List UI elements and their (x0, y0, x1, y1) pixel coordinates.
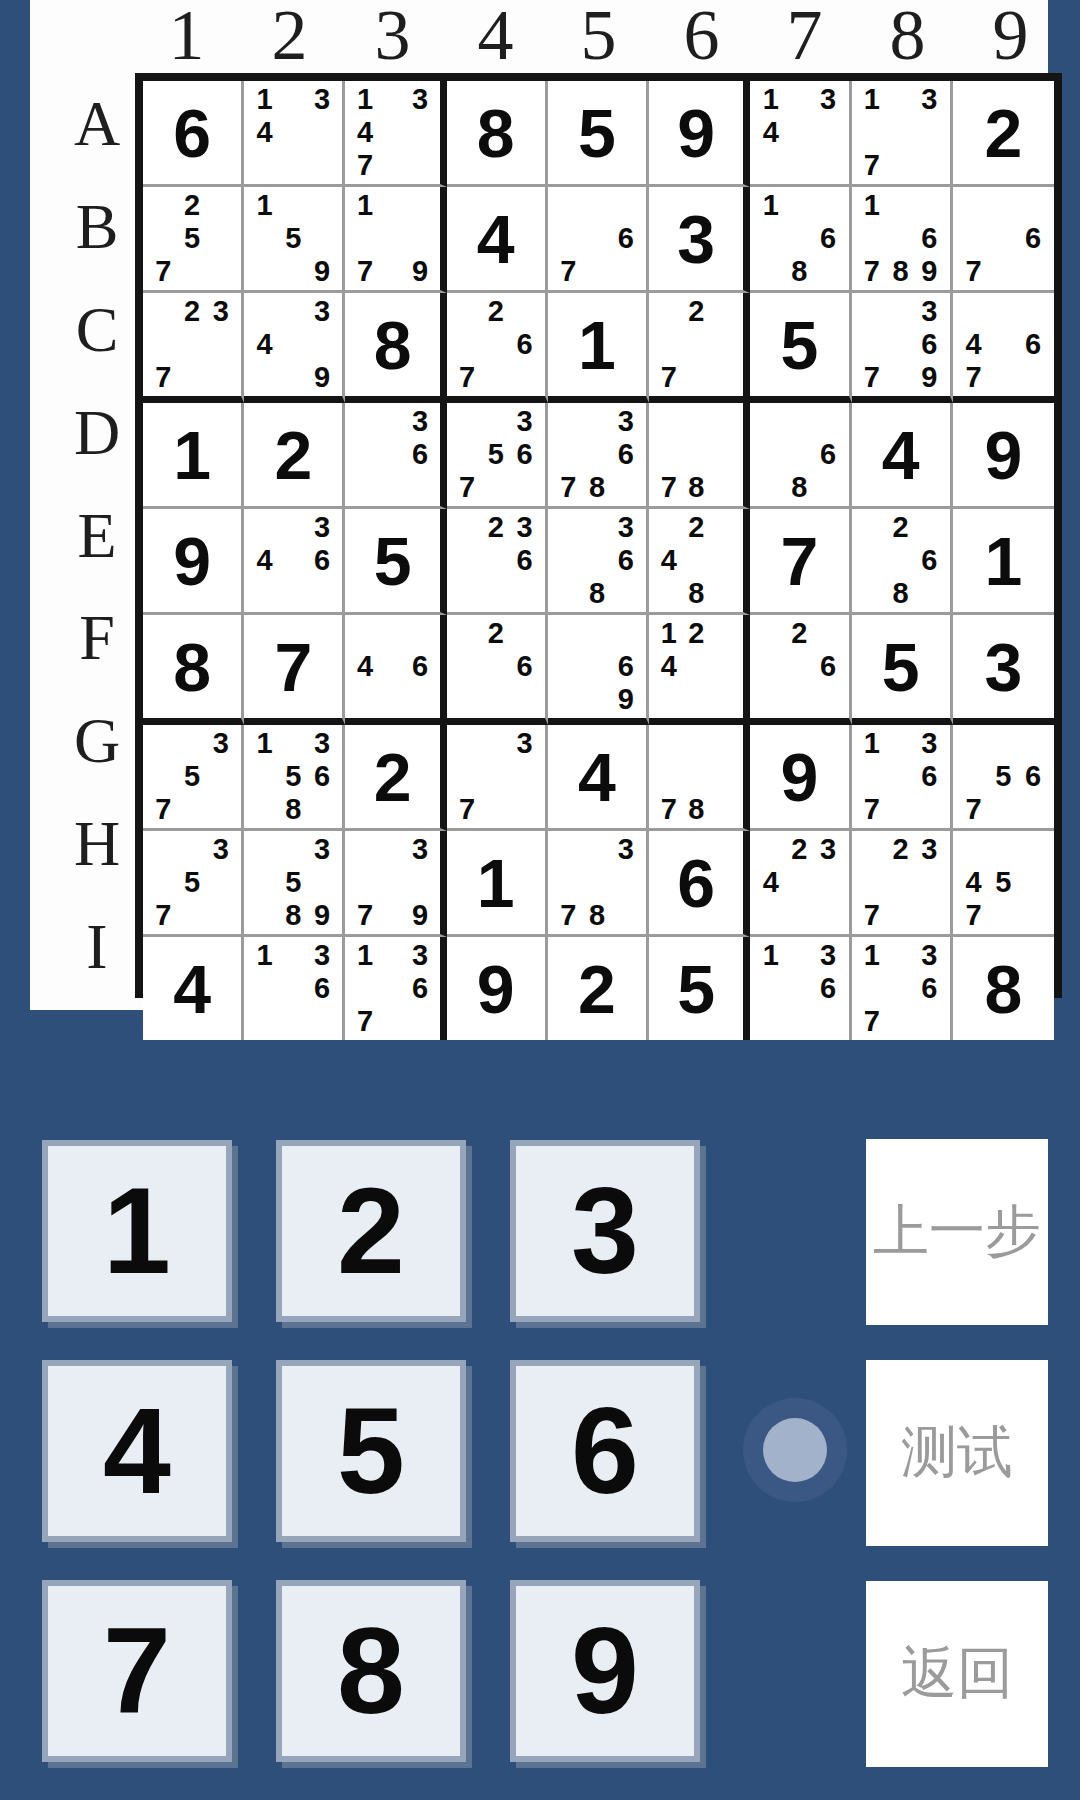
cell-D6[interactable]: 78 (649, 403, 750, 509)
candidate-digit (886, 116, 915, 149)
candidate-digit (814, 149, 843, 182)
candidate-digit: 2 (683, 295, 710, 328)
candidate-digit (481, 577, 510, 610)
candidate-digit (308, 793, 337, 826)
candidate-digit: 3 (814, 833, 843, 866)
candidate-digit (206, 866, 235, 899)
candidate-digit (655, 577, 682, 610)
candidate-digit (785, 222, 814, 255)
cell-I7[interactable]: 136 (750, 937, 851, 1040)
candidate-digit (206, 328, 235, 361)
cell-H3[interactable]: 379 (345, 831, 446, 937)
col-label-2: 2 (238, 0, 341, 70)
numpad-button-6[interactable]: 6 (510, 1360, 700, 1542)
candidate-digit: 7 (149, 361, 178, 394)
numpad-button-2[interactable]: 2 (276, 1140, 466, 1322)
cell-F2[interactable]: 7 (244, 615, 345, 725)
candidate-digit (379, 866, 406, 899)
cell-G9[interactable]: 567 (953, 725, 1054, 831)
candidate-digit (554, 650, 583, 683)
candidate-digit: 7 (959, 255, 989, 288)
candidate-digit (510, 793, 539, 826)
pencil-marks: 13568 (244, 725, 342, 828)
cell-I8[interactable]: 1367 (852, 937, 953, 1040)
candidate-digit (611, 577, 640, 610)
candidate-digit (710, 471, 737, 504)
cell-D4[interactable]: 3567 (447, 403, 548, 509)
candidate-digit (554, 438, 583, 471)
row-label-H: H (62, 792, 132, 895)
row-label-B: B (62, 176, 132, 279)
cell-A4[interactable]: 8 (447, 81, 548, 187)
candidate-digit: 2 (178, 295, 207, 328)
cell-G1[interactable]: 357 (143, 725, 244, 831)
candidate-digit (406, 149, 433, 182)
candidate-digit: 7 (554, 471, 583, 504)
candidate-digit (814, 899, 843, 932)
candidate-digit (554, 617, 583, 650)
candidate-digit (886, 760, 915, 793)
candidate-digit (250, 295, 279, 328)
candidate-digit (858, 328, 887, 361)
cell-H2[interactable]: 3589 (244, 831, 345, 937)
cell-I5[interactable]: 2 (548, 937, 649, 1040)
candidate-digit: 9 (308, 255, 337, 288)
candidate-digit (510, 683, 539, 716)
candidate-digit (250, 1005, 279, 1038)
candidate-digit (250, 361, 279, 394)
candidate-digit (886, 972, 915, 1005)
candidate-digit: 3 (406, 405, 433, 438)
board-panel: 123456789 ABCDEFGHI 61341347859134137225… (30, 0, 1048, 1010)
pencil-marks: 357 (143, 831, 241, 934)
pencil-marks: 567 (953, 725, 1054, 828)
candidate-digit (178, 899, 207, 932)
candidate-digit: 4 (655, 544, 682, 577)
candidate-digit (959, 760, 989, 793)
cell-I3[interactable]: 1367 (345, 937, 446, 1040)
candidate-digit (279, 295, 308, 328)
cell-D2[interactable]: 2 (244, 403, 345, 509)
candidate-digit (611, 189, 640, 222)
candidate-digit (710, 438, 737, 471)
cell-H1[interactable]: 357 (143, 831, 244, 937)
candidate-digit (178, 833, 207, 866)
candidate-digit (379, 471, 406, 504)
pencil-marks: 3678 (548, 403, 646, 506)
cell-F3[interactable]: 46 (345, 615, 446, 725)
cell-F1[interactable]: 8 (143, 615, 244, 725)
candidate-digit (756, 972, 785, 1005)
cell-A2[interactable]: 134 (244, 81, 345, 187)
candidate-digit: 3 (915, 833, 944, 866)
candidate-digit (453, 438, 482, 471)
cell-D8[interactable]: 4 (852, 403, 953, 509)
numpad-button-9[interactable]: 9 (510, 1580, 700, 1762)
candidate-digit (710, 617, 737, 650)
candidate-digit (554, 866, 583, 899)
cell-B6[interactable]: 3 (649, 187, 750, 293)
candidate-digit (279, 1005, 308, 1038)
numpad-button-7[interactable]: 7 (42, 1580, 232, 1762)
candidate-digit: 2 (481, 295, 510, 328)
cell-G6[interactable]: 78 (649, 725, 750, 831)
numpad-button-1[interactable]: 1 (42, 1140, 232, 1322)
candidate-digit (785, 405, 814, 438)
big-digit: 2 (578, 950, 616, 1028)
cell-I6[interactable]: 5 (649, 937, 750, 1040)
cell-H8[interactable]: 237 (852, 831, 953, 937)
pencil-marks: 137 (852, 81, 950, 184)
cell-D7[interactable]: 68 (750, 403, 851, 509)
candidate-digit (379, 683, 406, 716)
candidate-digit (756, 149, 785, 182)
candidate-digit (989, 222, 1019, 255)
candidate-digit (655, 328, 682, 361)
candidate-digit (351, 222, 378, 255)
candidate-digit: 7 (149, 793, 178, 826)
candidate-digit: 3 (206, 727, 235, 760)
candidate-digit: 6 (814, 650, 843, 683)
cell-C7[interactable]: 5 (750, 293, 851, 403)
candidate-digit (756, 405, 785, 438)
candidate-digit (379, 617, 406, 650)
candidate-digit: 3 (206, 295, 235, 328)
candidate-digit: 1 (351, 83, 378, 116)
candidate-digit (510, 361, 539, 394)
candidate-digit: 5 (279, 866, 308, 899)
candidate-digit: 1 (756, 189, 785, 222)
col-label-1: 1 (135, 0, 238, 70)
candidate-digit: 6 (1018, 222, 1048, 255)
cell-F7[interactable]: 26 (750, 615, 851, 725)
cell-H6[interactable]: 6 (649, 831, 750, 937)
candidate-digit (858, 972, 887, 1005)
pencil-marks: 3567 (447, 403, 545, 506)
candidate-digit (351, 471, 378, 504)
candidate-digit (308, 116, 337, 149)
numpad-button-8[interactable]: 8 (276, 1580, 466, 1762)
cell-E2[interactable]: 346 (244, 509, 345, 615)
cell-G4[interactable]: 37 (447, 725, 548, 831)
candidate-digit (710, 577, 737, 610)
candidate-digit (915, 793, 944, 826)
candidate-digit: 7 (858, 255, 887, 288)
pencil-marks: 68 (750, 403, 848, 506)
candidate-digit (149, 222, 178, 255)
candidate-digit (351, 866, 378, 899)
numpad-button-3[interactable]: 3 (510, 1140, 700, 1322)
cell-G8[interactable]: 1367 (852, 725, 953, 831)
candidate-digit: 1 (250, 83, 279, 116)
candidate-digit (250, 899, 279, 932)
big-digit: 4 (578, 738, 616, 816)
candidate-digit (583, 683, 612, 716)
candidate-digit (308, 222, 337, 255)
big-digit: 1 (477, 844, 515, 922)
candidate-digit (379, 83, 406, 116)
candidate-digit (554, 833, 583, 866)
cell-C4[interactable]: 267 (447, 293, 548, 403)
candidate-digit: 5 (178, 222, 207, 255)
cell-F4[interactable]: 26 (447, 615, 548, 725)
cell-H9[interactable]: 457 (953, 831, 1054, 937)
big-digit: 7 (781, 522, 819, 600)
pencil-marks: 1367 (852, 725, 950, 828)
cell-F9[interactable]: 3 (953, 615, 1054, 725)
candidate-digit (710, 760, 737, 793)
candidate-digit (683, 361, 710, 394)
cell-E4[interactable]: 236 (447, 509, 548, 615)
candidate-digit (959, 727, 989, 760)
cell-E3[interactable]: 5 (345, 509, 446, 615)
col-label-8: 8 (856, 0, 959, 70)
cell-C9[interactable]: 467 (953, 293, 1054, 403)
pencil-marks: 267 (447, 293, 545, 396)
cell-C6[interactable]: 27 (649, 293, 750, 403)
cell-G2[interactable]: 13568 (244, 725, 345, 831)
cell-E8[interactable]: 268 (852, 509, 953, 615)
cell-E5[interactable]: 368 (548, 509, 649, 615)
cell-D1[interactable]: 1 (143, 403, 244, 509)
cell-G3[interactable]: 2 (345, 725, 446, 831)
candidate-digit: 5 (178, 866, 207, 899)
candidate-digit (406, 116, 433, 149)
back-button[interactable]: 返回 (866, 1581, 1048, 1767)
candidate-digit: 3 (611, 833, 640, 866)
candidate-digit (206, 760, 235, 793)
candidate-digit: 8 (785, 471, 814, 504)
pencil-marks: 179 (345, 187, 439, 290)
cell-H5[interactable]: 378 (548, 831, 649, 937)
candidate-digit (915, 511, 944, 544)
candidate-digit (308, 1005, 337, 1038)
candidate-digit (379, 833, 406, 866)
candidate-digit (886, 727, 915, 760)
candidate-digit: 3 (308, 833, 337, 866)
candidate-digit (554, 511, 583, 544)
pencil-marks: 16789 (852, 187, 950, 290)
candidate-digit: 7 (351, 899, 378, 932)
candidate-digit: 7 (655, 471, 682, 504)
cell-B4[interactable]: 4 (447, 187, 548, 293)
candidate-digit (886, 295, 915, 328)
candidate-digit: 3 (510, 511, 539, 544)
big-digit: 5 (578, 94, 616, 172)
pencil-marks: 168 (750, 187, 848, 290)
cell-D3[interactable]: 36 (345, 403, 446, 509)
test-button[interactable]: 测试 (866, 1360, 1048, 1546)
candidate-digit (279, 255, 308, 288)
candidate-digit (756, 1005, 785, 1038)
pencil-marks: 37 (447, 725, 545, 828)
pencil-marks: 3679 (852, 293, 950, 396)
candidate-digit (481, 650, 510, 683)
cell-C1[interactable]: 237 (143, 293, 244, 403)
big-digit: 5 (882, 628, 920, 706)
candidate-digit (379, 116, 406, 149)
pencil-marks: 69 (548, 615, 646, 718)
candidate-digit: 3 (308, 939, 337, 972)
candidate-digit (279, 939, 308, 972)
candidate-digit: 3 (915, 295, 944, 328)
cell-A1[interactable]: 6 (143, 81, 244, 187)
pencil-marks: 1347 (345, 81, 439, 184)
candidate-digit (710, 405, 737, 438)
candidate-digit (250, 511, 279, 544)
cell-C2[interactable]: 349 (244, 293, 345, 403)
candidate-digit (1018, 727, 1048, 760)
candidate-digit: 9 (915, 361, 944, 394)
cell-C5[interactable]: 1 (548, 293, 649, 403)
cell-A6[interactable]: 9 (649, 81, 750, 187)
candidate-digit (583, 405, 612, 438)
candidate-digit: 4 (756, 866, 785, 899)
cell-D5[interactable]: 3678 (548, 403, 649, 509)
cell-I9[interactable]: 8 (953, 937, 1054, 1040)
cell-B3[interactable]: 179 (345, 187, 446, 293)
undo-button[interactable]: 上一步 (866, 1139, 1048, 1325)
cell-A8[interactable]: 137 (852, 81, 953, 187)
candidate-digit (453, 727, 482, 760)
candidate-digit (756, 899, 785, 932)
cell-G5[interactable]: 4 (548, 725, 649, 831)
candidate-digit (1018, 295, 1048, 328)
candidate-digit (379, 939, 406, 972)
candidate-digit (510, 577, 539, 610)
candidate-digit: 4 (959, 866, 989, 899)
candidate-digit: 9 (915, 255, 944, 288)
candidate-digit: 6 (1018, 328, 1048, 361)
mode-toggle[interactable] (763, 1418, 827, 1482)
big-digit: 1 (173, 416, 211, 494)
numpad-button-4[interactable]: 4 (42, 1360, 232, 1542)
candidate-digit (710, 650, 737, 683)
candidate-digit (989, 361, 1019, 394)
candidate-digit (886, 328, 915, 361)
cell-E6[interactable]: 248 (649, 509, 750, 615)
big-digit: 4 (477, 200, 515, 278)
candidate-digit: 1 (756, 83, 785, 116)
cell-A9[interactable]: 2 (953, 81, 1054, 187)
cell-F8[interactable]: 5 (852, 615, 953, 725)
candidate-digit: 7 (858, 1005, 887, 1038)
candidate-digit: 1 (351, 189, 378, 222)
candidate-digit (814, 255, 843, 288)
candidate-digit: 6 (611, 222, 640, 255)
candidate-digit: 4 (250, 544, 279, 577)
pencil-marks: 349 (244, 293, 342, 396)
candidate-digit: 6 (510, 438, 539, 471)
cell-C8[interactable]: 3679 (852, 293, 953, 403)
big-digit: 5 (677, 950, 715, 1028)
numpad-button-5[interactable]: 5 (276, 1360, 466, 1542)
cell-D9[interactable]: 9 (953, 403, 1054, 509)
cell-A5[interactable]: 5 (548, 81, 649, 187)
cell-B8[interactable]: 16789 (852, 187, 953, 293)
cell-C3[interactable]: 8 (345, 293, 446, 403)
cell-B7[interactable]: 168 (750, 187, 851, 293)
cell-H4[interactable]: 1 (447, 831, 548, 937)
candidate-digit: 7 (149, 255, 178, 288)
candidate-digit (611, 471, 640, 504)
candidate-digit: 5 (481, 438, 510, 471)
candidate-digit (959, 295, 989, 328)
candidate-digit (481, 793, 510, 826)
candidate-digit: 5 (989, 760, 1019, 793)
cell-F6[interactable]: 124 (649, 615, 750, 725)
cell-B2[interactable]: 159 (244, 187, 345, 293)
candidate-digit (406, 471, 433, 504)
pencil-marks: 134 (750, 81, 848, 184)
big-digit: 5 (781, 306, 819, 384)
cell-I2[interactable]: 136 (244, 937, 345, 1040)
cell-E1[interactable]: 9 (143, 509, 244, 615)
candidate-digit: 7 (554, 899, 583, 932)
candidate-digit: 6 (915, 222, 944, 255)
candidate-digit (710, 683, 737, 716)
candidate-digit (351, 683, 378, 716)
candidate-digit: 6 (814, 972, 843, 1005)
numpad: 123456789 (42, 1140, 700, 1762)
cell-B1[interactable]: 257 (143, 187, 244, 293)
candidate-digit (308, 577, 337, 610)
cell-H7[interactable]: 234 (750, 831, 851, 937)
cell-G7[interactable]: 9 (750, 725, 851, 831)
candidate-digit (915, 189, 944, 222)
candidate-digit: 3 (406, 83, 433, 116)
candidate-digit (886, 1005, 915, 1038)
cell-I1[interactable]: 4 (143, 937, 244, 1040)
big-digit: 9 (677, 94, 715, 172)
candidate-digit (379, 438, 406, 471)
cell-B9[interactable]: 67 (953, 187, 1054, 293)
pencil-marks: 78 (649, 403, 743, 506)
candidate-digit (915, 577, 944, 610)
cell-F5[interactable]: 69 (548, 615, 649, 725)
candidate-digit: 5 (989, 866, 1019, 899)
pencil-marks: 3589 (244, 831, 342, 934)
candidate-digit (858, 866, 887, 899)
big-digit: 1 (984, 522, 1022, 600)
candidate-digit (149, 727, 178, 760)
candidate-digit: 7 (453, 361, 482, 394)
cell-E7[interactable]: 7 (750, 509, 851, 615)
cell-B5[interactable]: 67 (548, 187, 649, 293)
candidate-digit: 3 (510, 727, 539, 760)
candidate-digit (279, 972, 308, 1005)
candidate-digit (1018, 793, 1048, 826)
candidate-digit (785, 438, 814, 471)
cell-E9[interactable]: 1 (953, 509, 1054, 615)
candidate-digit (554, 544, 583, 577)
candidate-digit (149, 866, 178, 899)
cell-A7[interactable]: 134 (750, 81, 851, 187)
candidate-digit (481, 683, 510, 716)
candidate-digit (683, 544, 710, 577)
cell-A3[interactable]: 1347 (345, 81, 446, 187)
candidate-digit (1018, 189, 1048, 222)
row-label-F: F (62, 587, 132, 690)
candidate-digit (1018, 255, 1048, 288)
candidate-digit (206, 899, 235, 932)
candidate-digit: 1 (858, 189, 887, 222)
cell-I4[interactable]: 9 (447, 937, 548, 1040)
pencil-marks: 346 (244, 509, 342, 612)
big-digit: 2 (984, 94, 1022, 172)
candidate-digit (554, 222, 583, 255)
candidate-digit (683, 760, 710, 793)
